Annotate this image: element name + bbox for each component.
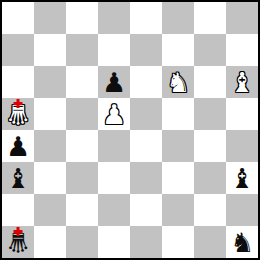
square-d5[interactable]: ♟: [98, 98, 130, 130]
square-f4[interactable]: [162, 130, 194, 162]
square-a1[interactable]: ♛: [2, 226, 34, 258]
black-pawn-d6[interactable]: ♟: [98, 66, 130, 98]
square-f7[interactable]: [162, 34, 194, 66]
white-pawn-d5[interactable]: ♟: [98, 98, 130, 130]
square-b5[interactable]: [34, 98, 66, 130]
square-g7[interactable]: [194, 34, 226, 66]
square-d4[interactable]: [98, 130, 130, 162]
square-c1[interactable]: [66, 226, 98, 258]
square-f5[interactable]: [162, 98, 194, 130]
piece-glyph: ♝: [230, 165, 254, 192]
board-frame: ♟♞♝♛♟♟♝♝♛♞: [0, 0, 260, 260]
piece-glyph: ♟: [6, 133, 30, 160]
square-a2[interactable]: [2, 194, 34, 226]
black-royal-grasshopper-a1[interactable]: ♛: [2, 226, 34, 258]
square-b8[interactable]: [34, 2, 66, 34]
square-a3[interactable]: ♝: [2, 162, 34, 194]
square-d6[interactable]: ♟: [98, 66, 130, 98]
square-h3[interactable]: ♝: [226, 162, 258, 194]
square-d8[interactable]: [98, 2, 130, 34]
black-pawn-a4[interactable]: ♟: [2, 130, 34, 162]
square-g1[interactable]: [194, 226, 226, 258]
square-e2[interactable]: [130, 194, 162, 226]
square-f6[interactable]: ♞: [162, 66, 194, 98]
square-c6[interactable]: [66, 66, 98, 98]
square-f2[interactable]: [162, 194, 194, 226]
square-g8[interactable]: [194, 2, 226, 34]
square-f3[interactable]: [162, 162, 194, 194]
square-e8[interactable]: [130, 2, 162, 34]
piece-glyph: ♞: [166, 69, 190, 96]
square-c3[interactable]: [66, 162, 98, 194]
black-knight-h1[interactable]: ♞: [226, 226, 258, 258]
square-e6[interactable]: [130, 66, 162, 98]
royal-cross-icon: [14, 99, 23, 108]
square-a8[interactable]: [2, 2, 34, 34]
black-bishop-a3[interactable]: ♝: [2, 162, 34, 194]
square-d1[interactable]: [98, 226, 130, 258]
square-c7[interactable]: [66, 34, 98, 66]
square-c5[interactable]: [66, 98, 98, 130]
piece-glyph: ♟: [102, 69, 126, 96]
square-e5[interactable]: [130, 98, 162, 130]
square-d2[interactable]: [98, 194, 130, 226]
piece-glyph: ♝: [6, 165, 30, 192]
square-e1[interactable]: [130, 226, 162, 258]
square-h8[interactable]: [226, 2, 258, 34]
square-d3[interactable]: [98, 162, 130, 194]
square-f8[interactable]: [162, 2, 194, 34]
white-bishop-h6[interactable]: ♝: [226, 66, 258, 98]
royal-cross-icon: [14, 227, 23, 236]
square-g4[interactable]: [194, 130, 226, 162]
square-h5[interactable]: [226, 98, 258, 130]
square-g3[interactable]: [194, 162, 226, 194]
white-royal-grasshopper-a5[interactable]: ♛: [2, 98, 34, 130]
square-a6[interactable]: [2, 66, 34, 98]
piece-glyph: ♞: [230, 229, 254, 256]
chess-board: ♟♞♝♛♟♟♝♝♛♞: [2, 2, 258, 258]
square-g5[interactable]: [194, 98, 226, 130]
piece-glyph: ♝: [230, 69, 254, 96]
square-d7[interactable]: [98, 34, 130, 66]
square-g6[interactable]: [194, 66, 226, 98]
square-h1[interactable]: ♞: [226, 226, 258, 258]
square-a7[interactable]: [2, 34, 34, 66]
square-b2[interactable]: [34, 194, 66, 226]
square-b4[interactable]: [34, 130, 66, 162]
square-c4[interactable]: [66, 130, 98, 162]
square-b7[interactable]: [34, 34, 66, 66]
square-f1[interactable]: [162, 226, 194, 258]
piece-glyph: ♟: [102, 101, 126, 128]
square-a4[interactable]: ♟: [2, 130, 34, 162]
square-b1[interactable]: [34, 226, 66, 258]
square-c8[interactable]: [66, 2, 98, 34]
square-h2[interactable]: [226, 194, 258, 226]
square-g2[interactable]: [194, 194, 226, 226]
white-knight-f6[interactable]: ♞: [162, 66, 194, 98]
square-h6[interactable]: ♝: [226, 66, 258, 98]
square-b6[interactable]: [34, 66, 66, 98]
square-h4[interactable]: [226, 130, 258, 162]
square-e4[interactable]: [130, 130, 162, 162]
square-b3[interactable]: [34, 162, 66, 194]
square-h7[interactable]: [226, 34, 258, 66]
black-bishop-h3[interactable]: ♝: [226, 162, 258, 194]
square-e7[interactable]: [130, 34, 162, 66]
square-a5[interactable]: ♛: [2, 98, 34, 130]
square-c2[interactable]: [66, 194, 98, 226]
square-e3[interactable]: [130, 162, 162, 194]
